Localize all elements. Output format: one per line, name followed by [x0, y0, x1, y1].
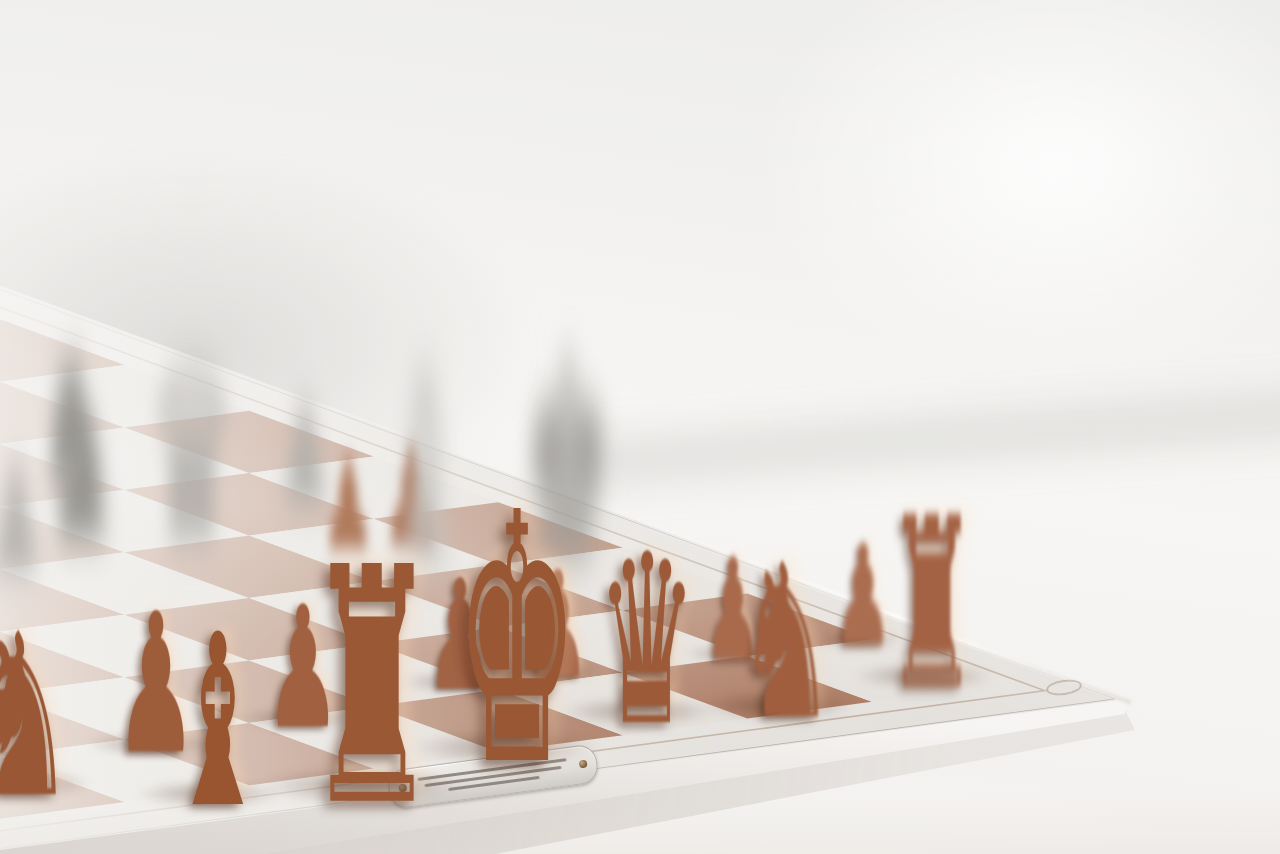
piece-copper-king-d1[interactable]: ♚ [455, 470, 579, 815]
piece-copper-knight-g1[interactable]: ♞ [736, 536, 836, 749]
piece-silver-pawn[interactable]: ♟ [0, 443, 46, 593]
piece-silver-knight[interactable]: ♞ [33, 319, 123, 579]
chess-photo-scene: ♞♟♝♟♜♟♚♟♛♟♞♟♜♟♟♟♞♛♟♝♚ [0, 0, 1280, 854]
piece-silver-queen[interactable]: ♛ [147, 333, 237, 583]
piece-copper-queen-e1[interactable]: ♛ [597, 523, 697, 758]
piece-copper-rook-h1[interactable]: ♜ [886, 488, 977, 723]
pieces-layer: ♞♟♝♟♜♟♚♟♛♟♞♟♜♟♟♟♞♛♟♝♚ [0, 0, 1280, 854]
piece-copper-bishop-b1[interactable]: ♝ [170, 603, 267, 841]
piece-copper-pawn-g2[interactable]: ♟ [833, 528, 892, 667]
piece-copper-rook-c1[interactable]: ♜ [306, 525, 439, 851]
piece-copper-knight-a1[interactable]: ♞ [0, 604, 75, 828]
